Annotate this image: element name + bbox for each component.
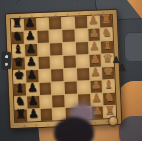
square — [49, 17, 61, 29]
piece-black-rook: ♜ — [15, 109, 26, 121]
square — [75, 16, 87, 28]
board-grid: ♜♟♟♜♞♟♟♞♝♟♟♝♛♟♟♛♚♟♟♚♝♟♟♝♞♟♟♞♜♟♟♜ — [11, 15, 116, 122]
square — [39, 70, 51, 82]
case-molded-panel — [124, 32, 142, 62]
square — [75, 29, 87, 41]
square: ♜ — [15, 110, 27, 122]
shoe — [54, 117, 94, 141]
square — [51, 69, 63, 81]
piece-black-pawn-offboard: ♟ — [118, 63, 127, 73]
square — [63, 43, 75, 55]
square: ♟ — [27, 109, 39, 121]
floor-shadow — [119, 116, 142, 141]
square — [76, 42, 88, 54]
square — [62, 17, 74, 29]
square — [52, 82, 64, 94]
square — [40, 109, 52, 121]
chess-board: a b c d e f g h ♜♟♟♜♞♟♟♞♝♟♟♝♛♟♟♛♚♟♟♚♝♟♟♝… — [5, 9, 123, 130]
square — [63, 55, 75, 67]
square — [51, 56, 63, 68]
clasp-icon — [2, 52, 11, 69]
piece-black-pawn: ♟ — [28, 108, 39, 120]
square — [36, 18, 48, 30]
square — [77, 68, 89, 80]
square — [37, 44, 49, 56]
square — [39, 83, 51, 95]
square — [37, 31, 49, 43]
square — [76, 55, 88, 67]
chess-set-photo: a b c d e f g h ♜♟♟♜♞♟♟♞♝♟♟♝♛♟♟♛♚♟♟♚♝♟♟♝… — [0, 0, 142, 141]
square — [40, 96, 52, 108]
square — [50, 43, 62, 55]
square — [52, 95, 64, 107]
square — [65, 81, 77, 93]
square — [38, 57, 50, 69]
square — [62, 30, 74, 42]
square — [77, 81, 89, 93]
wooden-disc — [108, 116, 118, 126]
square — [50, 30, 62, 42]
square — [64, 68, 76, 80]
